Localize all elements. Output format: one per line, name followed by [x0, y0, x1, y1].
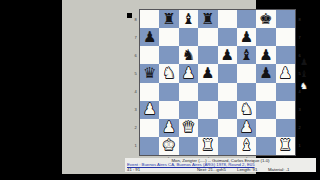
square-e5	[218, 64, 237, 82]
square-h6	[276, 46, 295, 64]
square-f7: ♟	[237, 28, 256, 46]
rank-label-1: 1	[296, 137, 303, 155]
square-e3	[218, 101, 237, 119]
square-b2: ♟	[159, 119, 178, 137]
piece-black-p-d5: ♟	[198, 64, 217, 82]
chess-board: ♜♝♜♚♟♟♞♟♝♟♛♞♟♟♟♟♟♞♟♛♟♚♜♝♜	[140, 10, 295, 155]
square-g5: ♟	[256, 64, 275, 82]
material-balance: Material: -1	[268, 168, 290, 173]
game-caption: Mon, Zorigter (----) -- Guimard, Carlos …	[125, 158, 316, 172]
rank-label-3: 3	[132, 101, 139, 119]
square-e7	[218, 28, 237, 46]
piece-black-p-a7: ♟	[140, 28, 159, 46]
square-a5: ♛	[140, 64, 159, 82]
captured-black-pawn-icon: ♟	[300, 56, 308, 68]
rank-label-3: 3	[296, 101, 303, 119]
rank-labels-left: 87654321	[132, 10, 139, 155]
rank-label-8: 8	[296, 10, 303, 28]
square-d7	[198, 28, 217, 46]
square-d3	[198, 101, 217, 119]
piece-black-k-g8: ♚	[256, 10, 275, 28]
square-e4	[218, 83, 237, 101]
piece-white-n-b5: ♞	[159, 64, 178, 82]
square-e2	[218, 119, 237, 137]
square-b5: ♞	[159, 64, 178, 82]
rank-label-4: 4	[132, 83, 139, 101]
rank-label-2: 2	[132, 119, 139, 137]
game-length: Length: 91	[237, 168, 257, 173]
square-g8: ♚	[256, 10, 275, 28]
square-c5: ♟	[179, 64, 198, 82]
square-b6	[159, 46, 178, 64]
rank-label-2: 2	[296, 119, 303, 137]
piece-black-n-c6: ♞	[179, 46, 198, 64]
square-h4	[276, 83, 295, 101]
square-d6	[198, 46, 217, 64]
square-h3	[276, 101, 295, 119]
square-c1	[179, 137, 198, 155]
captured-white-knight-icon: ♞	[300, 80, 308, 92]
piece-white-r-d1: ♜	[198, 137, 217, 155]
piece-black-b-c8: ♝	[179, 10, 198, 28]
square-e6: ♟	[218, 46, 237, 64]
piece-black-p-g6: ♟	[256, 46, 275, 64]
piece-white-p-a3: ♟	[140, 101, 159, 119]
square-d4	[198, 83, 217, 101]
square-g7	[256, 28, 275, 46]
square-f4	[237, 83, 256, 101]
square-a6	[140, 46, 159, 64]
rank-label-6: 6	[132, 46, 139, 64]
square-b7	[159, 28, 178, 46]
piece-black-r-b8: ♜	[159, 10, 178, 28]
square-f8	[237, 10, 256, 28]
square-b8: ♜	[159, 10, 178, 28]
square-f5	[237, 64, 256, 82]
square-e8	[218, 10, 237, 28]
piece-black-r-d8: ♜	[198, 10, 217, 28]
square-g1	[256, 137, 275, 155]
piece-white-p-f2: ♟	[237, 119, 256, 137]
square-a8	[140, 10, 159, 28]
piece-white-p-b2: ♟	[159, 119, 178, 137]
square-f6: ♝	[237, 46, 256, 64]
piece-white-q-c2: ♛	[179, 119, 198, 137]
square-h2	[276, 119, 295, 137]
square-f2: ♟	[237, 119, 256, 137]
piece-black-p-g5: ♟	[256, 64, 275, 82]
square-d1: ♜	[198, 137, 217, 155]
square-b3	[159, 101, 178, 119]
rank-label-7: 7	[132, 28, 139, 46]
square-h5: ♟	[276, 64, 295, 82]
square-b4	[159, 83, 178, 101]
piece-white-p-h5: ♟	[276, 64, 295, 82]
square-a3: ♟	[140, 101, 159, 119]
piece-black-q-a5: ♛	[140, 64, 159, 82]
captured-material-tray: ♟♝♞	[298, 56, 310, 92]
square-h8	[276, 10, 295, 28]
ply-counter: 41 : 91	[127, 168, 140, 173]
square-g6: ♟	[256, 46, 275, 64]
square-e1	[218, 137, 237, 155]
square-g3	[256, 101, 275, 119]
next-move: Next: 21...gxh5	[197, 168, 226, 173]
square-a7: ♟	[140, 28, 159, 46]
square-f3: ♞	[237, 101, 256, 119]
rank-label-8: 8	[132, 10, 139, 28]
square-g4	[256, 83, 275, 101]
square-d2	[198, 119, 217, 137]
square-a4	[140, 83, 159, 101]
square-d5: ♟	[198, 64, 217, 82]
rank-label-7: 7	[296, 28, 303, 46]
piece-black-p-f7: ♟	[237, 28, 256, 46]
piece-white-n-f3: ♞	[237, 101, 256, 119]
board-panel: 87654321 ♜♝♜♚♟♟♞♟♝♟♛♞♟♟♟♟♟♞♟♛♟♚♜♝♜ 87654…	[62, 0, 256, 174]
square-c6: ♞	[179, 46, 198, 64]
square-c3	[179, 101, 198, 119]
piece-black-b-f6: ♝	[237, 46, 256, 64]
square-d8: ♜	[198, 10, 217, 28]
rank-label-1: 1	[132, 137, 139, 155]
square-c7	[179, 28, 198, 46]
status-line: 41 : 91 Next: 21...gxh5 Length: 91 Mater…	[125, 168, 316, 173]
piece-white-k-b1: ♚	[159, 137, 178, 155]
square-c8: ♝	[179, 10, 198, 28]
piece-white-r-h1: ♜	[276, 137, 295, 155]
rank-label-5: 5	[132, 64, 139, 82]
square-a2	[140, 119, 159, 137]
piece-black-p-e6: ♟	[218, 46, 237, 64]
piece-white-b-f1: ♝	[237, 137, 256, 155]
square-c2: ♛	[179, 119, 198, 137]
square-f1: ♝	[237, 137, 256, 155]
square-a1	[140, 137, 159, 155]
square-b1: ♚	[159, 137, 178, 155]
square-c4	[179, 83, 198, 101]
captured-black-bishop-icon: ♝	[300, 68, 308, 80]
square-g2	[256, 119, 275, 137]
square-h1: ♜	[276, 137, 295, 155]
piece-white-p-c5: ♟	[179, 64, 198, 82]
square-h7	[276, 28, 295, 46]
